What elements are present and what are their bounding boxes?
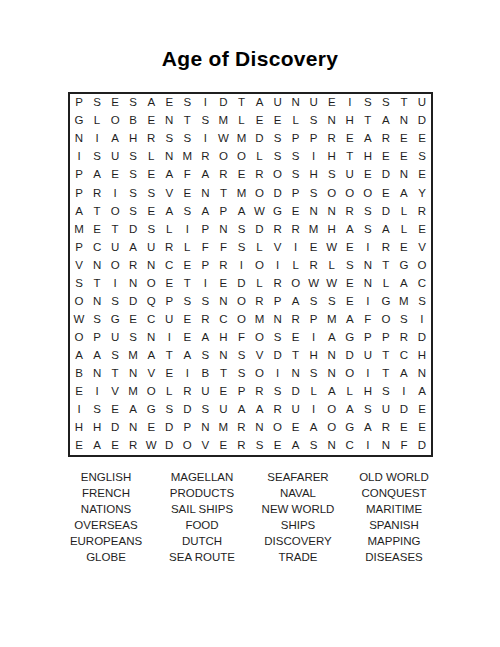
grid-cell: H bbox=[305, 166, 323, 184]
grid-cell: H bbox=[88, 419, 106, 437]
grid-cell: E bbox=[413, 130, 431, 148]
grid-cell: E bbox=[70, 437, 88, 455]
grid-cell: S bbox=[178, 293, 196, 311]
grid-cell: E bbox=[287, 202, 305, 220]
grid-cell: S bbox=[232, 220, 250, 238]
grid-cell: A bbox=[88, 166, 106, 184]
grid-cell: E bbox=[178, 256, 196, 274]
grid-cell: O bbox=[269, 419, 287, 437]
grid-cell: B bbox=[196, 365, 214, 383]
grid-cell: I bbox=[287, 238, 305, 256]
grid-cell: I bbox=[269, 365, 287, 383]
puzzle-title: Age of Discovery bbox=[0, 47, 500, 71]
grid-cell: I bbox=[359, 238, 377, 256]
grid-cell: E bbox=[142, 419, 160, 437]
grid-cell: E bbox=[250, 112, 268, 130]
grid-cell: I bbox=[413, 311, 431, 329]
grid-cell: C bbox=[160, 256, 178, 274]
grid-cell: S bbox=[413, 293, 431, 311]
grid-cell: H bbox=[323, 148, 341, 166]
grid-cell: I bbox=[359, 437, 377, 455]
grid-cell: D bbox=[377, 166, 395, 184]
grid-cell: H bbox=[305, 347, 323, 365]
grid-cell: L bbox=[287, 112, 305, 130]
grid-cell: A bbox=[142, 347, 160, 365]
grid-cell: A bbox=[359, 130, 377, 148]
grid-cell: I bbox=[70, 148, 88, 166]
grid-cell: N bbox=[70, 130, 88, 148]
grid-cell: U bbox=[214, 401, 232, 419]
grid-cell: W bbox=[323, 274, 341, 292]
grid-cell: C bbox=[214, 311, 232, 329]
grid-cell: O bbox=[142, 274, 160, 292]
grid-cell: A bbox=[250, 401, 268, 419]
grid-cell: I bbox=[88, 383, 106, 401]
grid-cell: D bbox=[269, 184, 287, 202]
grid-cell: L bbox=[160, 383, 178, 401]
grid-cell: S bbox=[269, 383, 287, 401]
grid-cell: U bbox=[106, 148, 124, 166]
grid-cell: R bbox=[214, 166, 232, 184]
grid-cell: A bbox=[106, 130, 124, 148]
grid-cell: S bbox=[413, 148, 431, 166]
grid-cell: W bbox=[250, 202, 268, 220]
grid-cell: L bbox=[323, 256, 341, 274]
grid-cell: V bbox=[160, 184, 178, 202]
grid-cell: S bbox=[124, 329, 142, 347]
grid-cell: P bbox=[305, 130, 323, 148]
grid-cell: N bbox=[88, 293, 106, 311]
grid-cell: S bbox=[323, 166, 341, 184]
grid-cell: G bbox=[341, 329, 359, 347]
grid-cell: L bbox=[305, 383, 323, 401]
grid-cell: S bbox=[377, 383, 395, 401]
grid-cell: R bbox=[413, 202, 431, 220]
grid-cell: V bbox=[413, 238, 431, 256]
grid-cell: T bbox=[341, 148, 359, 166]
grid-cell: R bbox=[395, 329, 413, 347]
grid-cell: S bbox=[305, 293, 323, 311]
grid-cell: A bbox=[70, 202, 88, 220]
grid-cell: P bbox=[305, 311, 323, 329]
letter-grid: PSESAESIDTAUNUEISSTUGLOBENTSMLEELSNHTAND… bbox=[70, 94, 431, 455]
grid-cell: S bbox=[124, 148, 142, 166]
grid-cell: O bbox=[106, 256, 124, 274]
grid-cell: N bbox=[124, 419, 142, 437]
grid-cell: E bbox=[178, 184, 196, 202]
grid-cell: O bbox=[214, 148, 232, 166]
grid-cell: L bbox=[250, 238, 268, 256]
grid-cell: F bbox=[178, 166, 196, 184]
grid-cell: O bbox=[323, 401, 341, 419]
grid-cell: P bbox=[269, 293, 287, 311]
grid-cell: O bbox=[250, 256, 268, 274]
grid-cell: S bbox=[178, 130, 196, 148]
grid-cell: U bbox=[341, 166, 359, 184]
grid-cell: N bbox=[214, 293, 232, 311]
grid-cell: S bbox=[88, 148, 106, 166]
grid-cell: P bbox=[359, 329, 377, 347]
grid-cell: S bbox=[70, 274, 88, 292]
grid-cell: E bbox=[214, 437, 232, 455]
grid-cell: R bbox=[88, 184, 106, 202]
grid-cell: T bbox=[214, 184, 232, 202]
grid-cell: M bbox=[323, 311, 341, 329]
grid-cell: S bbox=[196, 401, 214, 419]
grid-cell: A bbox=[232, 401, 250, 419]
grid-cell: T bbox=[377, 256, 395, 274]
grid-cell: S bbox=[232, 347, 250, 365]
grid-cell: E bbox=[359, 166, 377, 184]
grid-cell: S bbox=[124, 184, 142, 202]
grid-cell: R bbox=[196, 148, 214, 166]
grid-cell: M bbox=[214, 419, 232, 437]
grid-cell: S bbox=[359, 202, 377, 220]
grid-cell: S bbox=[178, 94, 196, 112]
grid-cell: N bbox=[359, 256, 377, 274]
grid-cell: T bbox=[214, 365, 232, 383]
grid-cell: A bbox=[142, 94, 160, 112]
grid-cell: D bbox=[395, 401, 413, 419]
grid-cell: D bbox=[232, 274, 250, 292]
grid-cell: A bbox=[413, 383, 431, 401]
grid-cell: O bbox=[250, 184, 268, 202]
grid-cell: V bbox=[106, 383, 124, 401]
grid-cell: D bbox=[160, 419, 178, 437]
grid-cell: S bbox=[305, 437, 323, 455]
grid-cell: A bbox=[377, 220, 395, 238]
grid-cell: A bbox=[287, 437, 305, 455]
grid-cell: U bbox=[106, 329, 124, 347]
grid-cell: E bbox=[413, 166, 431, 184]
grid-cell: E bbox=[70, 383, 88, 401]
grid-cell: O bbox=[232, 148, 250, 166]
grid-cell: D bbox=[124, 293, 142, 311]
grid-cell: S bbox=[124, 202, 142, 220]
grid-cell: O bbox=[142, 383, 160, 401]
grid-cell: E bbox=[160, 365, 178, 383]
grid-cell: S bbox=[196, 347, 214, 365]
grid-cell: F bbox=[232, 329, 250, 347]
grid-cell: I bbox=[178, 365, 196, 383]
grid-cell: E bbox=[413, 401, 431, 419]
grid-cell: U bbox=[377, 401, 395, 419]
grid-cell: A bbox=[395, 274, 413, 292]
grid-cell: S bbox=[250, 437, 268, 455]
grid-cell: E bbox=[106, 166, 124, 184]
grid-cell: I bbox=[395, 383, 413, 401]
grid-cell: N bbox=[287, 365, 305, 383]
grid-cell: P bbox=[88, 329, 106, 347]
grid-cell: O bbox=[341, 184, 359, 202]
grid-cell: E bbox=[341, 130, 359, 148]
grid-cell: S bbox=[395, 311, 413, 329]
grid-cell: E bbox=[88, 220, 106, 238]
grid-cell: E bbox=[377, 148, 395, 166]
grid-cell: R bbox=[377, 130, 395, 148]
grid-cell: E bbox=[124, 311, 142, 329]
grid-cell: E bbox=[142, 202, 160, 220]
grid-cell: E bbox=[287, 329, 305, 347]
grid-cell: P bbox=[214, 202, 232, 220]
grid-cell: P bbox=[70, 184, 88, 202]
word-list-item: MAPPING bbox=[346, 535, 442, 548]
grid-cell: D bbox=[269, 347, 287, 365]
grid-cell: O bbox=[232, 293, 250, 311]
grid-cell: G bbox=[106, 311, 124, 329]
grid-cell: T bbox=[359, 112, 377, 130]
grid-cell: N bbox=[287, 94, 305, 112]
grid-cell: A bbox=[70, 347, 88, 365]
grid-cell: E bbox=[106, 437, 124, 455]
grid-cell: A bbox=[341, 220, 359, 238]
grid-cell: W bbox=[142, 437, 160, 455]
grid-cell: N bbox=[377, 437, 395, 455]
grid-cell: S bbox=[287, 166, 305, 184]
grid-cell: P bbox=[160, 293, 178, 311]
grid-cell: E bbox=[413, 220, 431, 238]
grid-cell: U bbox=[160, 311, 178, 329]
grid-cell: W bbox=[70, 311, 88, 329]
grid-cell: N bbox=[124, 274, 142, 292]
grid-cell: D bbox=[377, 202, 395, 220]
grid-cell: L bbox=[377, 274, 395, 292]
grid-cell: F bbox=[196, 238, 214, 256]
grid-cell: I bbox=[359, 365, 377, 383]
grid-cell: U bbox=[305, 94, 323, 112]
grid-cell: R bbox=[323, 130, 341, 148]
grid-cell: R bbox=[196, 311, 214, 329]
grid-cell: O bbox=[323, 419, 341, 437]
grid-cell: G bbox=[341, 419, 359, 437]
grid-cell: I bbox=[106, 274, 124, 292]
puzzle-page: Age of Discovery PSESAESIDTAUNUEISSTUGLO… bbox=[0, 0, 500, 647]
grid-cell: A bbox=[88, 347, 106, 365]
grid-cell: I bbox=[196, 274, 214, 292]
grid-cell: M bbox=[395, 293, 413, 311]
grid-cell: S bbox=[377, 94, 395, 112]
grid-cell: U bbox=[413, 94, 431, 112]
grid-cell: R bbox=[232, 437, 250, 455]
grid-cell: S bbox=[88, 94, 106, 112]
grid-cell: E bbox=[232, 166, 250, 184]
grid-cell: A bbox=[323, 383, 341, 401]
grid-cell: G bbox=[269, 202, 287, 220]
grid-cell: I bbox=[88, 130, 106, 148]
grid-cell: U bbox=[359, 347, 377, 365]
grid-cell: N bbox=[413, 365, 431, 383]
grid-cell: P bbox=[196, 220, 214, 238]
grid-cell: L bbox=[287, 256, 305, 274]
grid-cell: O bbox=[359, 184, 377, 202]
grid-cell: I bbox=[178, 220, 196, 238]
grid-cell: R bbox=[124, 256, 142, 274]
grid-cell: H bbox=[341, 112, 359, 130]
grid-cell: S bbox=[106, 347, 124, 365]
grid-cell: E bbox=[395, 238, 413, 256]
grid-cell: D bbox=[250, 220, 268, 238]
grid-cell: R bbox=[232, 419, 250, 437]
grid-cell: N bbox=[214, 347, 232, 365]
grid-cell: H bbox=[124, 130, 142, 148]
grid-cell: Q bbox=[142, 293, 160, 311]
grid-cell: M bbox=[250, 311, 268, 329]
grid-cell: A bbox=[395, 365, 413, 383]
grid-cell: E bbox=[142, 166, 160, 184]
grid-cell: E bbox=[106, 94, 124, 112]
grid-cell: D bbox=[413, 437, 431, 455]
grid-cell: S bbox=[178, 202, 196, 220]
grid-cell: M bbox=[305, 220, 323, 238]
grid-cell: D bbox=[250, 130, 268, 148]
grid-cell: D bbox=[214, 94, 232, 112]
grid-cell: N bbox=[269, 311, 287, 329]
grid-cell: N bbox=[160, 112, 178, 130]
grid-cell: L bbox=[395, 202, 413, 220]
grid-cell: E bbox=[341, 293, 359, 311]
grid-cell: P bbox=[196, 256, 214, 274]
grid-cell: H bbox=[214, 329, 232, 347]
grid-cell: R bbox=[250, 383, 268, 401]
grid-cell: R bbox=[142, 130, 160, 148]
grid-cell: E bbox=[214, 274, 232, 292]
grid-cell: O bbox=[287, 274, 305, 292]
grid-cell: H bbox=[359, 148, 377, 166]
word-list-item: DISEASES bbox=[346, 551, 442, 564]
grid-cell: B bbox=[70, 365, 88, 383]
grid-cell: A bbox=[359, 419, 377, 437]
grid-cell: T bbox=[88, 202, 106, 220]
grid-cell: L bbox=[395, 220, 413, 238]
word-list-item: SAIL SHIPS bbox=[154, 503, 250, 516]
grid-cell: V bbox=[269, 238, 287, 256]
word-list-item: TRADE bbox=[250, 551, 346, 564]
grid-cell: S bbox=[160, 130, 178, 148]
grid-cell: T bbox=[377, 347, 395, 365]
grid-cell: D bbox=[341, 347, 359, 365]
grid-cell: S bbox=[359, 94, 377, 112]
grid-cell: E bbox=[142, 112, 160, 130]
word-search-grid: PSESAESIDTAUNUEISSTUGLOBENTSMLEELSNHTAND… bbox=[68, 92, 433, 457]
grid-cell: R bbox=[160, 238, 178, 256]
grid-cell: O bbox=[377, 311, 395, 329]
grid-cell: N bbox=[323, 437, 341, 455]
word-list-item: SEA ROUTE bbox=[154, 551, 250, 564]
grid-cell: N bbox=[395, 166, 413, 184]
grid-cell: N bbox=[142, 256, 160, 274]
grid-cell: N bbox=[88, 365, 106, 383]
word-list-item: CONQUEST bbox=[346, 487, 442, 500]
word-list-item: SEAFARER bbox=[250, 471, 346, 484]
grid-cell: S bbox=[160, 401, 178, 419]
grid-cell: O bbox=[413, 256, 431, 274]
grid-cell: D bbox=[160, 437, 178, 455]
grid-cell: A bbox=[250, 94, 268, 112]
grid-cell: E bbox=[106, 401, 124, 419]
grid-cell: N bbox=[196, 184, 214, 202]
grid-cell: S bbox=[269, 130, 287, 148]
grid-cell: L bbox=[341, 383, 359, 401]
grid-cell: I bbox=[70, 401, 88, 419]
word-list-item: NATIONS bbox=[58, 503, 154, 516]
grid-cell: C bbox=[413, 274, 431, 292]
grid-cell: I bbox=[106, 184, 124, 202]
grid-cell: B bbox=[124, 112, 142, 130]
grid-cell: V bbox=[250, 347, 268, 365]
grid-cell: A bbox=[341, 401, 359, 419]
grid-cell: C bbox=[88, 238, 106, 256]
grid-cell: S bbox=[305, 112, 323, 130]
grid-cell: A bbox=[323, 329, 341, 347]
grid-cell: E bbox=[178, 329, 196, 347]
grid-cell: N bbox=[323, 112, 341, 130]
grid-cell: N bbox=[395, 112, 413, 130]
grid-cell: O bbox=[178, 437, 196, 455]
word-list-item: OVERSEAS bbox=[58, 519, 154, 532]
grid-cell: U bbox=[269, 94, 287, 112]
word-list-item: ENGLISH bbox=[58, 471, 154, 484]
grid-cell: E bbox=[395, 419, 413, 437]
grid-cell: M bbox=[124, 347, 142, 365]
grid-cell: O bbox=[70, 293, 88, 311]
grid-cell: I bbox=[232, 256, 250, 274]
grid-cell: T bbox=[232, 94, 250, 112]
word-list-item: NEW WORLD bbox=[250, 503, 346, 516]
grid-cell: I bbox=[160, 329, 178, 347]
grid-cell: O bbox=[232, 311, 250, 329]
grid-cell: T bbox=[106, 365, 124, 383]
grid-cell: V bbox=[196, 437, 214, 455]
grid-cell: M bbox=[178, 148, 196, 166]
grid-cell: A bbox=[287, 293, 305, 311]
grid-cell: N bbox=[323, 347, 341, 365]
grid-cell: S bbox=[232, 365, 250, 383]
grid-cell: S bbox=[142, 220, 160, 238]
grid-cell: N bbox=[142, 329, 160, 347]
grid-cell: A bbox=[395, 184, 413, 202]
grid-cell: N bbox=[250, 419, 268, 437]
word-list-item: NAVAL bbox=[250, 487, 346, 500]
grid-cell: R bbox=[214, 256, 232, 274]
grid-cell: W bbox=[214, 130, 232, 148]
grid-cell: S bbox=[196, 112, 214, 130]
grid-cell: S bbox=[88, 311, 106, 329]
grid-cell: L bbox=[160, 220, 178, 238]
grid-cell: S bbox=[305, 184, 323, 202]
grid-cell: V bbox=[70, 256, 88, 274]
grid-cell: S bbox=[124, 94, 142, 112]
grid-cell: O bbox=[341, 365, 359, 383]
grid-cell: N bbox=[196, 419, 214, 437]
grid-cell: E bbox=[395, 148, 413, 166]
grid-cell: E bbox=[287, 419, 305, 437]
grid-cell: P bbox=[70, 94, 88, 112]
grid-cell: O bbox=[323, 184, 341, 202]
grid-cell: H bbox=[70, 419, 88, 437]
grid-cell: S bbox=[106, 293, 124, 311]
grid-cell: A bbox=[124, 238, 142, 256]
grid-cell: V bbox=[142, 365, 160, 383]
grid-cell: P bbox=[287, 184, 305, 202]
grid-cell: S bbox=[305, 365, 323, 383]
grid-cell: S bbox=[359, 401, 377, 419]
grid-cell: S bbox=[359, 220, 377, 238]
grid-cell: R bbox=[269, 401, 287, 419]
grid-cell: D bbox=[106, 419, 124, 437]
grid-cell: S bbox=[269, 148, 287, 166]
grid-cell: C bbox=[341, 437, 359, 455]
grid-cell: I bbox=[305, 401, 323, 419]
